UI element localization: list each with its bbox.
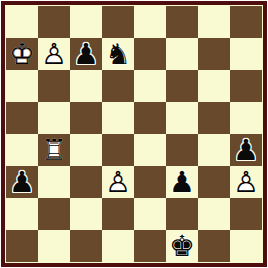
square-e2[interactable] xyxy=(134,198,166,230)
square-b8[interactable] xyxy=(38,6,70,38)
black-king: ♚ xyxy=(166,230,198,262)
square-b2[interactable] xyxy=(38,198,70,230)
square-d5[interactable] xyxy=(102,102,134,134)
square-e7[interactable] xyxy=(134,38,166,70)
black-pawn: ♟ xyxy=(70,38,102,70)
square-c6[interactable] xyxy=(70,70,102,102)
square-f5[interactable] xyxy=(166,102,198,134)
square-c1[interactable] xyxy=(70,230,102,262)
square-h6[interactable] xyxy=(230,70,262,102)
square-e1[interactable] xyxy=(134,230,166,262)
square-b1[interactable] xyxy=(38,230,70,262)
square-d6[interactable] xyxy=(102,70,134,102)
square-h5[interactable] xyxy=(230,102,262,134)
square-h4[interactable]: ♟ xyxy=(230,134,262,166)
square-b6[interactable] xyxy=(38,70,70,102)
white-pawn-outline: ♙ xyxy=(41,38,67,70)
black-pawn: ♟ xyxy=(6,166,38,198)
square-f1[interactable]: ♚ xyxy=(166,230,198,262)
square-a1[interactable] xyxy=(6,230,38,262)
square-e6[interactable] xyxy=(134,70,166,102)
square-b3[interactable] xyxy=(38,166,70,198)
square-h3[interactable]: ♟♙ xyxy=(230,166,262,198)
white-pawn: ♟♙ xyxy=(230,166,262,198)
square-c3[interactable] xyxy=(70,166,102,198)
white-rook: ♜♖ xyxy=(38,134,70,166)
black-pawn-glyph: ♟ xyxy=(233,134,259,166)
white-rook-outline: ♖ xyxy=(41,134,67,166)
square-h1[interactable] xyxy=(230,230,262,262)
square-a4[interactable] xyxy=(6,134,38,166)
square-f3[interactable]: ♟ xyxy=(166,166,198,198)
white-king: ♚♔ xyxy=(6,38,38,70)
square-c2[interactable] xyxy=(70,198,102,230)
square-d8[interactable] xyxy=(102,6,134,38)
square-c4[interactable] xyxy=(70,134,102,166)
square-d3[interactable]: ♟♙ xyxy=(102,166,134,198)
square-e3[interactable] xyxy=(134,166,166,198)
square-c7[interactable]: ♟ xyxy=(70,38,102,70)
square-a7[interactable]: ♚♔ xyxy=(6,38,38,70)
square-g2[interactable] xyxy=(198,198,230,230)
square-f4[interactable] xyxy=(166,134,198,166)
square-d4[interactable] xyxy=(102,134,134,166)
chess-diagram: ♚♔♟♙♟♞♜♖♟♟♟♙♟♟♙♚ xyxy=(0,0,268,268)
black-pawn-glyph: ♟ xyxy=(9,166,35,198)
black-king-glyph: ♚ xyxy=(169,230,195,262)
black-pawn: ♟ xyxy=(166,166,198,198)
white-pawn-outline: ♙ xyxy=(233,166,259,198)
square-d2[interactable] xyxy=(102,198,134,230)
black-knight-glyph: ♞ xyxy=(105,38,131,70)
square-a5[interactable] xyxy=(6,102,38,134)
black-pawn: ♟ xyxy=(230,134,262,166)
square-h7[interactable] xyxy=(230,38,262,70)
square-g8[interactable] xyxy=(198,6,230,38)
square-g7[interactable] xyxy=(198,38,230,70)
square-e5[interactable] xyxy=(134,102,166,134)
white-king-outline: ♔ xyxy=(9,38,35,70)
square-h2[interactable] xyxy=(230,198,262,230)
square-c8[interactable] xyxy=(70,6,102,38)
square-a2[interactable] xyxy=(6,198,38,230)
square-a8[interactable] xyxy=(6,6,38,38)
white-pawn-outline: ♙ xyxy=(105,166,131,198)
square-d1[interactable] xyxy=(102,230,134,262)
square-a3[interactable]: ♟ xyxy=(6,166,38,198)
square-g1[interactable] xyxy=(198,230,230,262)
white-pawn: ♟♙ xyxy=(102,166,134,198)
square-b4[interactable]: ♜♖ xyxy=(38,134,70,166)
square-g6[interactable] xyxy=(198,70,230,102)
square-a6[interactable] xyxy=(6,70,38,102)
black-pawn-glyph: ♟ xyxy=(169,166,195,198)
square-g3[interactable] xyxy=(198,166,230,198)
black-knight: ♞ xyxy=(102,38,134,70)
chessboard: ♚♔♟♙♟♞♜♖♟♟♟♙♟♟♙♚ xyxy=(6,6,262,262)
square-e8[interactable] xyxy=(134,6,166,38)
square-f6[interactable] xyxy=(166,70,198,102)
square-b5[interactable] xyxy=(38,102,70,134)
square-g5[interactable] xyxy=(198,102,230,134)
square-f7[interactable] xyxy=(166,38,198,70)
black-pawn-glyph: ♟ xyxy=(73,38,99,70)
square-h8[interactable] xyxy=(230,6,262,38)
square-f2[interactable] xyxy=(166,198,198,230)
square-b7[interactable]: ♟♙ xyxy=(38,38,70,70)
square-c5[interactable] xyxy=(70,102,102,134)
white-pawn: ♟♙ xyxy=(38,38,70,70)
square-g4[interactable] xyxy=(198,134,230,166)
square-e4[interactable] xyxy=(134,134,166,166)
square-d7[interactable]: ♞ xyxy=(102,38,134,70)
square-f8[interactable] xyxy=(166,6,198,38)
board-border: ♚♔♟♙♟♞♜♖♟♟♟♙♟♟♙♚ xyxy=(1,1,267,267)
